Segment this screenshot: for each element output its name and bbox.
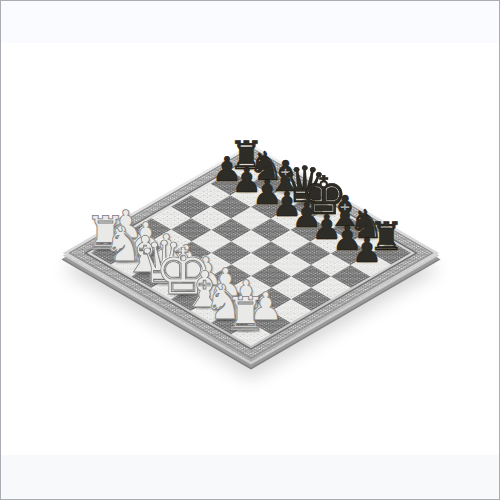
board-inner-lip: ♜♞♝♛♚♝♞♜♟♟♟♟♟♟♟♟♟♟♟♟♟♟♟♟♜♞♝♛♚♝♞♜: [87, 158, 415, 348]
background-tint-bottom: [1, 455, 499, 499]
background-tint-top: [1, 1, 499, 43]
square-h1[interactable]: ♜: [231, 323, 271, 346]
board-inner-line: ♜♞♝♛♚♝♞♜♟♟♟♟♟♟♟♟♟♟♟♟♟♟♟♟♜♞♝♛♚♝♞♜: [84, 156, 418, 350]
piece-white-rook-h1[interactable]: ♜: [195, 291, 295, 337]
product-photo-chess-set: ♜♞♝♛♚♝♞♜♟♟♟♟♟♟♟♟♟♟♟♟♟♟♟♟♜♞♝♛♚♝♞♜: [0, 0, 500, 500]
chess-board: ♜♞♝♛♚♝♞♜♟♟♟♟♟♟♟♟♟♟♟♟♟♟♟♟♜♞♝♛♚♝♞♜: [63, 144, 439, 362]
board-squares: ♜♞♝♛♚♝♞♜♟♟♟♟♟♟♟♟♟♟♟♟♟♟♟♟♜♞♝♛♚♝♞♜: [91, 160, 411, 345]
piece-black-pawn-h7[interactable]: ♟: [317, 233, 417, 267]
board-border-band: ♜♞♝♛♚♝♞♜♟♟♟♟♟♟♟♟♟♟♟♟♟♟♟♟♜♞♝♛♚♝♞♜: [69, 147, 434, 359]
